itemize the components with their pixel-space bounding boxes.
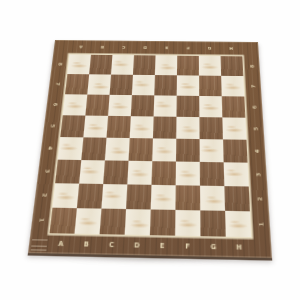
file-labels-top: ABCDEFGH xyxy=(70,42,242,53)
square-a7[interactable] xyxy=(65,74,89,94)
square-e5[interactable] xyxy=(153,116,177,138)
square-a5[interactable] xyxy=(60,115,85,137)
square-d6[interactable] xyxy=(131,95,154,116)
square-e3[interactable] xyxy=(151,161,175,185)
square-e4[interactable] xyxy=(152,138,176,161)
square-g6[interactable] xyxy=(199,96,222,117)
coordinate-label: A xyxy=(70,42,92,51)
coordinate-label: E xyxy=(149,238,175,252)
coordinate-label: G xyxy=(200,239,226,254)
square-g4[interactable] xyxy=(200,139,224,162)
square-h1[interactable] xyxy=(225,211,251,237)
square-b7[interactable] xyxy=(87,74,111,95)
square-a3[interactable] xyxy=(55,160,81,184)
coordinate-label: 2 xyxy=(247,192,273,207)
coordinate-label: 8 xyxy=(240,61,263,73)
coordinate-label: 6 xyxy=(242,101,266,113)
coordinate-label: 4 xyxy=(244,145,268,158)
square-d1[interactable] xyxy=(125,209,151,235)
square-e7[interactable] xyxy=(154,75,177,96)
square-h2[interactable] xyxy=(224,186,250,211)
square-d5[interactable] xyxy=(130,116,154,138)
square-b6[interactable] xyxy=(85,95,109,116)
square-g2[interactable] xyxy=(200,186,225,211)
square-e6[interactable] xyxy=(154,95,177,116)
square-d4[interactable] xyxy=(129,138,153,161)
file-labels-bottom: ABCDEFGH xyxy=(48,236,252,254)
square-a1[interactable] xyxy=(50,208,77,234)
square-e1[interactable] xyxy=(150,209,176,235)
coordinate-label: H xyxy=(220,44,242,53)
coordinate-label: E xyxy=(156,43,178,52)
square-c8[interactable] xyxy=(111,55,134,75)
square-f2[interactable] xyxy=(175,185,200,210)
square-b3[interactable] xyxy=(79,160,105,184)
square-f7[interactable] xyxy=(177,75,199,96)
square-b2[interactable] xyxy=(77,184,103,209)
maker-imprint xyxy=(30,238,47,250)
square-f4[interactable] xyxy=(176,139,200,162)
coordinate-label: G xyxy=(199,44,221,53)
square-d8[interactable] xyxy=(133,55,156,75)
square-h6[interactable] xyxy=(222,96,246,117)
square-h3[interactable] xyxy=(224,162,249,186)
square-e8[interactable] xyxy=(155,55,177,75)
coordinate-label: 5 xyxy=(243,122,267,135)
square-h7[interactable] xyxy=(221,76,244,97)
square-a4[interactable] xyxy=(58,137,84,160)
coordinate-label: H xyxy=(226,240,252,255)
playing-area xyxy=(50,55,252,238)
square-c4[interactable] xyxy=(105,138,130,161)
square-g7[interactable] xyxy=(199,76,222,97)
chess-board: ABCDEFGH ABCDEFGH 87654321 87654321 xyxy=(28,40,272,258)
square-g3[interactable] xyxy=(200,162,225,186)
square-g8[interactable] xyxy=(199,56,221,76)
square-h4[interactable] xyxy=(223,139,248,162)
coordinate-label: D xyxy=(134,43,156,52)
square-b5[interactable] xyxy=(83,116,108,138)
coordinate-label: F xyxy=(175,239,201,254)
square-h5[interactable] xyxy=(222,117,246,139)
square-f8[interactable] xyxy=(177,56,199,76)
coordinate-label: A xyxy=(48,236,75,250)
square-b8[interactable] xyxy=(89,55,112,75)
coordinate-label: 1 xyxy=(248,217,274,232)
square-c1[interactable] xyxy=(100,209,126,235)
coordinate-label: C xyxy=(98,237,124,251)
photo-background: ABCDEFGH ABCDEFGH 87654321 87654321 xyxy=(0,0,300,300)
square-h8[interactable] xyxy=(221,56,244,76)
coordinate-label: D xyxy=(124,238,150,252)
square-f3[interactable] xyxy=(176,162,200,186)
square-g1[interactable] xyxy=(200,210,226,236)
square-f6[interactable] xyxy=(176,96,199,117)
coordinate-label: 7 xyxy=(241,80,264,92)
coordinate-label: F xyxy=(177,43,199,52)
coordinate-label: B xyxy=(73,237,99,251)
coordinate-label: B xyxy=(91,43,113,52)
square-c2[interactable] xyxy=(101,184,127,209)
square-a8[interactable] xyxy=(67,55,91,75)
square-a2[interactable] xyxy=(52,183,79,208)
square-b1[interactable] xyxy=(75,208,102,234)
square-c6[interactable] xyxy=(108,95,132,116)
coordinate-label: 3 xyxy=(246,168,271,182)
square-c3[interactable] xyxy=(103,160,128,184)
square-b4[interactable] xyxy=(81,137,106,160)
square-c5[interactable] xyxy=(107,116,131,138)
square-d3[interactable] xyxy=(127,161,152,185)
square-d7[interactable] xyxy=(132,75,155,96)
coordinate-label: C xyxy=(113,43,135,52)
square-f5[interactable] xyxy=(176,117,199,139)
square-f1[interactable] xyxy=(175,210,200,236)
square-a6[interactable] xyxy=(63,94,88,115)
square-g5[interactable] xyxy=(199,117,223,139)
square-e2[interactable] xyxy=(151,185,176,210)
square-d2[interactable] xyxy=(126,184,151,209)
square-c7[interactable] xyxy=(110,75,133,96)
